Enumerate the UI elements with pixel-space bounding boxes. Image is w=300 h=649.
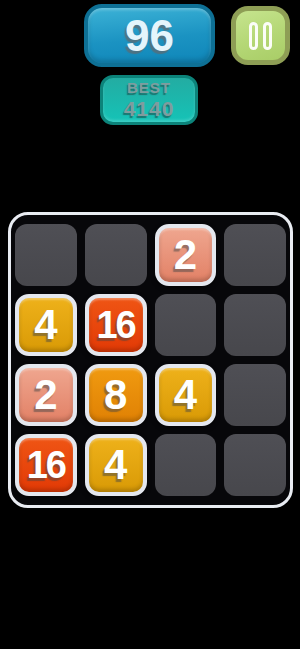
board-grid[interactable]: 2416284164 — [11, 215, 290, 505]
best-value: 4140 — [124, 97, 175, 120]
empty-cell — [224, 364, 286, 426]
empty-cell — [224, 294, 286, 356]
score-badge: 96 — [84, 4, 215, 67]
empty-cell — [85, 224, 147, 286]
tile-8: 8 — [85, 364, 147, 426]
board[interactable]: 2416284164 — [8, 212, 293, 508]
tile-number: 16 — [96, 306, 134, 344]
tile-number: 4 — [104, 444, 127, 486]
empty-cell — [155, 294, 217, 356]
game-screen: 96 BEST 4140 2416284164 — [0, 0, 300, 649]
tile-number: 8 — [104, 374, 127, 416]
pause-button[interactable] — [231, 6, 290, 65]
tile-number: 4 — [34, 304, 57, 346]
tile-4: 4 — [85, 434, 147, 496]
empty-cell — [224, 224, 286, 286]
empty-cell — [15, 224, 77, 286]
tile-number: 4 — [174, 374, 197, 416]
tile-2: 2 — [15, 364, 77, 426]
tile-number: 2 — [174, 234, 197, 276]
tile-16: 16 — [15, 434, 77, 496]
tile-2: 2 — [155, 224, 217, 286]
best-label: BEST — [127, 80, 171, 97]
tile-4: 4 — [15, 294, 77, 356]
score-value: 96 — [125, 14, 174, 58]
tile-4: 4 — [155, 364, 217, 426]
empty-cell — [155, 434, 217, 496]
tile-number: 16 — [27, 446, 65, 484]
empty-cell — [224, 434, 286, 496]
pause-icon — [249, 22, 258, 50]
tile-number: 2 — [34, 374, 57, 416]
pause-icon — [263, 22, 272, 50]
best-badge: BEST 4140 — [100, 75, 198, 125]
tile-16: 16 — [85, 294, 147, 356]
